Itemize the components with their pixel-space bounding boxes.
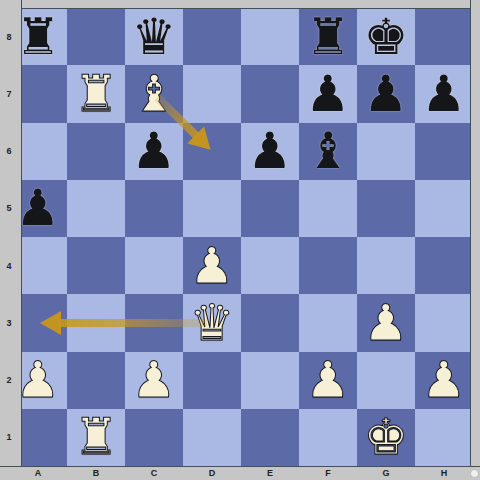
piece-white-pawn[interactable]: ♟ [306,355,351,405]
square-c7[interactable]: ♝ [125,65,183,122]
square-f2[interactable]: ♟ [299,352,357,409]
square-c8[interactable]: ♛ [125,8,183,65]
square-d1[interactable] [183,409,241,466]
square-e1[interactable] [241,409,299,466]
rank-label-7: 7 [6,89,11,99]
square-d5[interactable] [183,180,241,237]
square-d2[interactable] [183,352,241,409]
square-c3[interactable] [125,294,183,351]
piece-black-queen[interactable]: ♛ [132,12,177,62]
piece-white-king[interactable]: ♚ [364,412,409,462]
square-e4[interactable] [241,237,299,294]
file-label-c: C [151,468,158,478]
square-f3[interactable] [299,294,357,351]
piece-white-pawn[interactable]: ♟ [132,355,177,405]
piece-black-pawn[interactable]: ♟ [16,183,61,233]
square-b1[interactable]: ♜ [67,409,125,466]
file-label-h: H [441,468,448,478]
square-h2[interactable]: ♟ [415,352,473,409]
square-c4[interactable] [125,237,183,294]
square-e8[interactable] [241,8,299,65]
square-c1[interactable] [125,409,183,466]
square-g6[interactable] [357,123,415,180]
piece-black-pawn[interactable]: ♟ [364,69,409,119]
frame-top [0,0,480,9]
rank-label-6: 6 [6,146,11,156]
square-b5[interactable] [67,180,125,237]
frame-right [470,0,480,480]
square-h1[interactable] [415,409,473,466]
square-d7[interactable] [183,65,241,122]
corner-dot-icon [471,470,478,477]
file-label-e: E [267,468,273,478]
square-h5[interactable] [415,180,473,237]
square-f1[interactable] [299,409,357,466]
square-f7[interactable]: ♟ [299,65,357,122]
square-b2[interactable] [67,352,125,409]
square-g3[interactable]: ♟ [357,294,415,351]
square-d3[interactable]: ♛ [183,294,241,351]
file-label-g: G [382,468,389,478]
piece-white-pawn[interactable]: ♟ [364,298,409,348]
rank-label-1: 1 [6,432,11,442]
rank-label-5: 5 [6,203,11,213]
square-g5[interactable] [357,180,415,237]
square-b4[interactable] [67,237,125,294]
square-d8[interactable] [183,8,241,65]
frame-left-rank-gutter [0,0,22,480]
square-h7[interactable]: ♟ [415,65,473,122]
piece-white-rook[interactable]: ♜ [74,69,119,119]
square-e7[interactable] [241,65,299,122]
square-f8[interactable]: ♜ [299,8,357,65]
piece-black-rook[interactable]: ♜ [16,12,61,62]
piece-black-rook[interactable]: ♜ [306,12,351,62]
square-h3[interactable] [415,294,473,351]
frame-bottom-file-gutter [0,466,480,480]
piece-white-bishop[interactable]: ♝ [132,69,177,119]
piece-black-pawn[interactable]: ♟ [248,126,293,176]
square-f4[interactable] [299,237,357,294]
file-label-d: D [209,468,216,478]
rank-label-3: 3 [6,318,11,328]
square-h6[interactable] [415,123,473,180]
file-label-b: B [93,468,100,478]
file-label-f: F [325,468,331,478]
square-g7[interactable]: ♟ [357,65,415,122]
square-f5[interactable] [299,180,357,237]
square-d6[interactable] [183,123,241,180]
chess-board: ♜♛♜♚♜♝♟♟♟♟♟♝♟♟♛♟♟♟♟♟♜♚ [9,8,473,466]
square-c2[interactable]: ♟ [125,352,183,409]
square-e2[interactable] [241,352,299,409]
piece-black-pawn[interactable]: ♟ [306,69,351,119]
square-b7[interactable]: ♜ [67,65,125,122]
piece-white-pawn[interactable]: ♟ [422,355,467,405]
square-f6[interactable]: ♝ [299,123,357,180]
square-d4[interactable]: ♟ [183,237,241,294]
piece-white-pawn[interactable]: ♟ [16,355,61,405]
square-c6[interactable]: ♟ [125,123,183,180]
piece-white-rook[interactable]: ♜ [74,412,119,462]
square-b8[interactable] [67,8,125,65]
square-b6[interactable] [67,123,125,180]
piece-white-pawn[interactable]: ♟ [190,241,235,291]
square-c5[interactable] [125,180,183,237]
square-h8[interactable] [415,8,473,65]
square-e5[interactable] [241,180,299,237]
square-g8[interactable]: ♚ [357,8,415,65]
piece-white-queen[interactable]: ♛ [190,298,235,348]
square-g1[interactable]: ♚ [357,409,415,466]
piece-black-pawn[interactable]: ♟ [422,69,467,119]
square-e3[interactable] [241,294,299,351]
square-h4[interactable] [415,237,473,294]
file-label-a: A [35,468,42,478]
square-b3[interactable] [67,294,125,351]
square-g4[interactable] [357,237,415,294]
rank-label-2: 2 [6,375,11,385]
square-e6[interactable]: ♟ [241,123,299,180]
piece-black-king[interactable]: ♚ [364,12,409,62]
square-g2[interactable] [357,352,415,409]
piece-black-pawn[interactable]: ♟ [132,126,177,176]
rank-label-8: 8 [6,32,11,42]
rank-label-4: 4 [6,261,11,271]
piece-black-bishop[interactable]: ♝ [306,126,351,176]
